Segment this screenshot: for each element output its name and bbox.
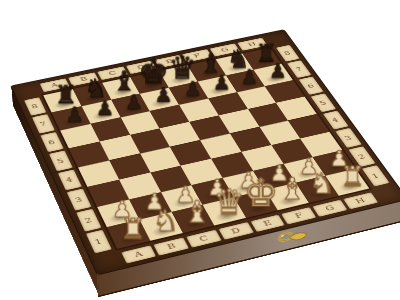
white-rook[interactable]: ♜ [120,215,145,243]
black-pawn[interactable]: ♟ [212,73,230,93]
rank-label-1: 1 [85,230,111,253]
white-queen[interactable]: ♛ [214,185,246,220]
black-pawn[interactable]: ♟ [269,61,287,81]
brass-clasp-icon [275,223,311,249]
rank-label-7: 7 [32,114,55,133]
white-knight[interactable]: ♞ [152,206,178,235]
white-king[interactable]: ♚ [244,174,278,212]
white-rook[interactable]: ♜ [341,163,365,190]
rank-label-4: 4 [57,169,81,190]
white-bishop[interactable]: ♝ [279,175,305,204]
photo-scene: ABCDEFGH ABCDEFGH 87654321 87654321 ♜♞♝♚… [0,0,400,300]
black-pawn[interactable]: ♟ [241,67,259,87]
board-frame: ABCDEFGH ABCDEFGH 87654321 87654321 ♜♞♝♚… [10,29,400,275]
rank-label-1: 1 [361,165,389,186]
black-pawn[interactable]: ♟ [183,79,201,99]
rank-label-5: 5 [48,150,72,171]
black-pawn[interactable]: ♟ [154,86,172,106]
rank-label-6: 6 [40,132,63,152]
rank-label-2: 2 [76,209,101,232]
black-pawn[interactable]: ♟ [95,98,113,119]
black-pawn[interactable]: ♟ [125,92,143,113]
black-pawn[interactable]: ♟ [65,104,84,125]
white-knight[interactable]: ♞ [310,169,335,197]
square-d4[interactable] [170,140,211,165]
rank-label-8: 8 [24,97,46,116]
white-bishop[interactable]: ♝ [184,197,211,227]
chess-board: ABCDEFGH ABCDEFGH 87654321 87654321 ♜♞♝♚… [10,29,400,275]
rank-label-3: 3 [66,189,91,211]
